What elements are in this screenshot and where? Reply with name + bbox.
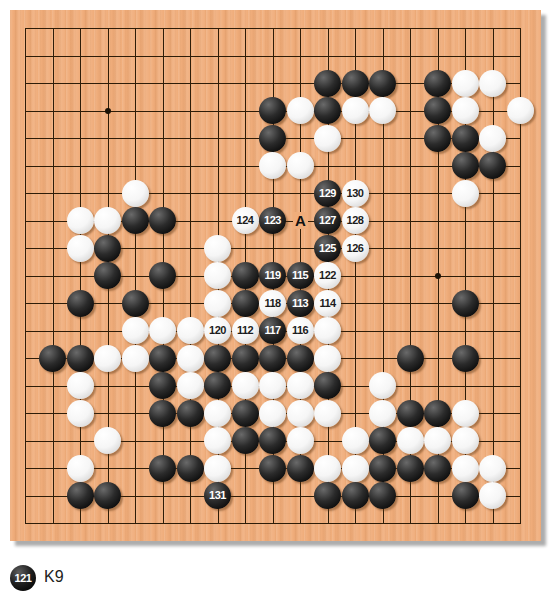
stone-black-move-117: 117 [259,317,286,344]
stone-black [122,290,149,317]
stone-white [67,235,94,262]
stone-black [232,290,259,317]
stone-white [177,317,204,344]
stone-black [122,207,149,234]
stone-white [149,317,176,344]
stone-black [424,125,451,152]
stone-black-move-125: 125 [314,235,341,262]
stone-white [342,97,369,124]
stone-black [94,262,121,289]
stone-white [204,235,231,262]
stone-white-move-120: 120 [204,317,231,344]
stone-white [122,345,149,372]
grid-line-horizontal [25,523,521,524]
stone-black [479,152,506,179]
stone-white [259,152,286,179]
go-board: 1291301241231271281251261191151221181131… [10,10,541,541]
stone-black [397,455,424,482]
stone-white [287,97,314,124]
stone-white [369,400,396,427]
stone-white [259,400,286,427]
stone-black [369,482,396,509]
stone-white [369,97,396,124]
stone-black [369,70,396,97]
stone-black [149,400,176,427]
stone-white [204,262,231,289]
star-point [435,273,441,279]
stone-white-move-122: 122 [314,262,341,289]
stone-black [314,70,341,97]
stone-white [177,345,204,372]
stone-black [204,372,231,399]
stone-black [342,482,369,509]
stone-black [314,482,341,509]
stone-white-move-118: 118 [259,290,286,317]
stone-black [424,455,451,482]
star-point [105,108,111,114]
grid-line-vertical [493,28,494,524]
stone-white-move-124: 124 [232,207,259,234]
stone-white [452,180,479,207]
stone-black [369,427,396,454]
stone-white [452,97,479,124]
stone-white [287,427,314,454]
stone-black [259,125,286,152]
stone-white [204,290,231,317]
stone-black-move-113: 113 [287,290,314,317]
stone-white [177,372,204,399]
stone-black [259,345,286,372]
stone-white [314,455,341,482]
stone-black [67,482,94,509]
stone-white [452,455,479,482]
stone-black [149,262,176,289]
stone-white-move-112: 112 [232,317,259,344]
stone-white [67,400,94,427]
stone-black [67,290,94,317]
stone-white [314,400,341,427]
stone-black [177,455,204,482]
stone-black [149,345,176,372]
stone-black [67,345,94,372]
stone-white [369,372,396,399]
stone-white [94,345,121,372]
stone-white [479,125,506,152]
caption-black-stone-icon: 121 [10,565,36,591]
stone-black [452,125,479,152]
stone-black [369,455,396,482]
stone-white [204,455,231,482]
stone-white [94,427,121,454]
stone-black-move-115: 115 [287,262,314,289]
stone-black [39,345,66,372]
caption-coordinate: K9 [44,568,64,586]
stone-black [259,97,286,124]
stone-black [287,345,314,372]
stone-black [452,152,479,179]
stone-white [122,317,149,344]
stone-white [479,455,506,482]
stone-black [259,427,286,454]
stone-black [232,400,259,427]
stone-black [149,207,176,234]
stone-white [94,207,121,234]
stone-black [177,400,204,427]
stone-black [232,427,259,454]
stone-black-move-131: 131 [204,482,231,509]
stone-black-move-127: 127 [314,207,341,234]
stone-white [342,427,369,454]
stone-black [259,455,286,482]
stone-black [94,482,121,509]
stone-white [452,70,479,97]
stone-white [314,317,341,344]
stone-black [452,345,479,372]
stone-white [314,125,341,152]
stone-black [342,70,369,97]
stone-black [452,290,479,317]
stone-white [507,97,534,124]
stone-black [314,97,341,124]
stone-white [67,207,94,234]
stone-black-move-123: 123 [259,207,286,234]
stone-white-move-128: 128 [342,207,369,234]
stone-black [314,372,341,399]
stone-white-move-126: 126 [342,235,369,262]
stone-white-move-114: 114 [314,290,341,317]
stone-black [94,235,121,262]
stone-black [424,97,451,124]
stone-white [259,372,286,399]
stone-white-move-116: 116 [287,317,314,344]
stone-black [397,345,424,372]
stone-black [397,400,424,427]
stone-white [287,152,314,179]
stone-black [232,262,259,289]
stone-white [67,455,94,482]
stone-white [479,70,506,97]
stone-black [287,455,314,482]
stone-white-move-130: 130 [342,180,369,207]
stone-white [424,427,451,454]
stone-white [67,372,94,399]
stone-white [479,482,506,509]
letter-annotation-a: A [293,212,308,229]
stone-black [149,455,176,482]
stone-black [424,70,451,97]
stone-white [342,455,369,482]
stone-white [397,427,424,454]
stone-white [452,427,479,454]
stone-black [149,372,176,399]
stone-white [232,372,259,399]
stone-black-move-119: 119 [259,262,286,289]
stone-white [287,372,314,399]
stone-white [122,180,149,207]
stone-white [287,400,314,427]
stone-black-move-129: 129 [314,180,341,207]
stone-white [204,400,231,427]
stone-white [204,427,231,454]
stone-black [204,345,231,372]
stone-black [232,345,259,372]
stone-black [424,400,451,427]
stone-white [452,400,479,427]
stone-black [452,482,479,509]
stone-white [314,345,341,372]
